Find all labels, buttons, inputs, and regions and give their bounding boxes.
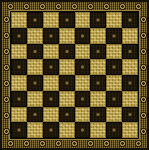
chess-board-frame (0, 0, 149, 150)
medallion-ring-icon (136, 141, 141, 146)
square-d7[interactable] (59, 28, 75, 44)
medallion-ring-icon (141, 33, 146, 38)
square-e4[interactable] (75, 75, 91, 91)
square-d2[interactable] (59, 107, 75, 123)
square-f5[interactable] (90, 59, 106, 75)
medallion-ring-icon (141, 129, 146, 134)
medallion-ring-icon (8, 4, 13, 9)
square-g8[interactable] (106, 12, 122, 28)
square-c4[interactable] (43, 75, 59, 91)
medallion-ring-icon (72, 4, 77, 9)
medallion-ring-icon (24, 141, 29, 146)
chess-board (11, 12, 138, 138)
square-e7[interactable] (75, 28, 91, 44)
square-d4[interactable] (59, 75, 75, 91)
medallion-ring-icon (4, 17, 9, 22)
square-a8[interactable] (11, 12, 27, 28)
medallion-ring-icon (88, 4, 93, 9)
square-e6[interactable] (75, 44, 91, 60)
board-inlay-line (10, 11, 139, 139)
square-h5[interactable] (122, 59, 138, 75)
square-h2[interactable] (122, 107, 138, 123)
square-a5[interactable] (11, 59, 27, 75)
square-c8[interactable] (43, 12, 59, 28)
square-c6[interactable] (43, 44, 59, 60)
medallion-ring-icon (141, 49, 146, 54)
square-e2[interactable] (75, 107, 91, 123)
square-f2[interactable] (90, 107, 106, 123)
square-d8[interactable] (59, 12, 75, 28)
medallion-ring-icon (104, 141, 109, 146)
square-g3[interactable] (106, 91, 122, 107)
square-e3[interactable] (75, 91, 91, 107)
medallion-ring-icon (4, 81, 9, 86)
square-h7[interactable] (122, 28, 138, 44)
square-g4[interactable] (106, 75, 122, 91)
square-a1[interactable] (11, 122, 27, 138)
square-f7[interactable] (90, 28, 106, 44)
square-c7[interactable] (43, 28, 59, 44)
medallion-ring-icon (4, 33, 9, 38)
ornate-border-band (2, 2, 147, 148)
medallion-ring-icon (56, 141, 61, 146)
square-f6[interactable] (90, 44, 106, 60)
medallion-ring-icon (4, 129, 9, 134)
square-f8[interactable] (90, 12, 106, 28)
square-b8[interactable] (27, 12, 43, 28)
medallion-ring-icon (141, 17, 146, 22)
square-h6[interactable] (122, 44, 138, 60)
square-b6[interactable] (27, 44, 43, 60)
medallion-ring-icon (4, 49, 9, 54)
medallion-ring-icon (40, 4, 45, 9)
medallion-ring-icon (88, 141, 93, 146)
square-f3[interactable] (90, 91, 106, 107)
medallion-strip-bottom (2, 139, 147, 148)
medallion-ring-icon (4, 65, 9, 70)
medallion-ring-icon (24, 4, 29, 9)
square-e1[interactable] (75, 122, 91, 138)
medallion-ring-icon (56, 4, 61, 9)
square-g5[interactable] (106, 59, 122, 75)
square-d3[interactable] (59, 91, 75, 107)
square-d6[interactable] (59, 44, 75, 60)
square-b3[interactable] (27, 91, 43, 107)
medallion-ring-icon (4, 97, 9, 102)
square-a6[interactable] (11, 44, 27, 60)
square-c1[interactable] (43, 122, 59, 138)
medallion-strip-right (139, 11, 147, 139)
medallion-ring-icon (120, 4, 125, 9)
square-h3[interactable] (122, 91, 138, 107)
square-c3[interactable] (43, 91, 59, 107)
medallion-strip-top (2, 2, 147, 11)
square-g1[interactable] (106, 122, 122, 138)
square-h8[interactable] (122, 12, 138, 28)
square-g2[interactable] (106, 107, 122, 123)
medallion-ring-icon (104, 4, 109, 9)
medallion-ring-icon (141, 81, 146, 86)
square-a7[interactable] (11, 28, 27, 44)
square-a2[interactable] (11, 107, 27, 123)
medallion-ring-icon (40, 141, 45, 146)
square-f1[interactable] (90, 122, 106, 138)
square-a3[interactable] (11, 91, 27, 107)
medallion-ring-icon (141, 113, 146, 118)
square-h4[interactable] (122, 75, 138, 91)
square-c2[interactable] (43, 107, 59, 123)
square-d5[interactable] (59, 59, 75, 75)
medallion-strip-left (2, 11, 10, 139)
medallion-ring-icon (141, 65, 146, 70)
square-b7[interactable] (27, 28, 43, 44)
square-e5[interactable] (75, 59, 91, 75)
square-g7[interactable] (106, 28, 122, 44)
medallion-ring-icon (120, 141, 125, 146)
square-c5[interactable] (43, 59, 59, 75)
square-g6[interactable] (106, 44, 122, 60)
square-e8[interactable] (75, 12, 91, 28)
square-b2[interactable] (27, 107, 43, 123)
square-b1[interactable] (27, 122, 43, 138)
medallion-ring-icon (72, 141, 77, 146)
square-b4[interactable] (27, 75, 43, 91)
square-a4[interactable] (11, 75, 27, 91)
medallion-ring-icon (4, 113, 9, 118)
square-h1[interactable] (122, 122, 138, 138)
medallion-ring-icon (136, 4, 141, 9)
square-d1[interactable] (59, 122, 75, 138)
square-f4[interactable] (90, 75, 106, 91)
medallion-ring-icon (141, 97, 146, 102)
medallion-ring-icon (8, 141, 13, 146)
square-b5[interactable] (27, 59, 43, 75)
